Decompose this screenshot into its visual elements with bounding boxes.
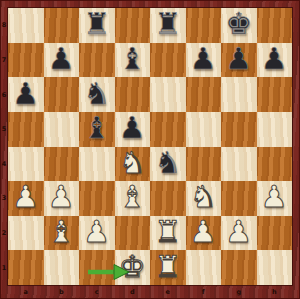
white-rook-piece[interactable]: ♜ [154, 252, 181, 282]
square-e7[interactable] [150, 43, 186, 78]
square-d7[interactable]: ♝ [115, 43, 151, 78]
rank-label-4: 4 [0, 147, 8, 182]
square-d4[interactable]: ♞ [115, 147, 151, 182]
square-h3[interactable]: ♟ [257, 181, 293, 216]
black-knight-piece[interactable]: ♞ [83, 79, 110, 109]
file-label-a: a [8, 285, 44, 299]
square-c1[interactable] [79, 250, 115, 285]
white-pawn-piece[interactable]: ♟ [225, 217, 252, 247]
square-a1[interactable] [8, 250, 44, 285]
square-e2[interactable]: ♜ [150, 216, 186, 251]
chess-board-frame: ♜♜♚♟♝♟♟♟♟♞♝♟♞♞♟♟♝♞♟♝♟♜♟♟♚♜ 87654321 abcd… [0, 0, 300, 299]
square-c5[interactable]: ♝ [79, 112, 115, 147]
square-c3[interactable] [79, 181, 115, 216]
square-b4[interactable] [44, 147, 80, 182]
black-rook-piece[interactable]: ♜ [83, 9, 110, 39]
square-d6[interactable] [115, 77, 151, 112]
file-labels: abcdefgh [8, 285, 292, 299]
square-h7[interactable]: ♟ [257, 43, 293, 78]
white-bishop-piece[interactable]: ♝ [48, 217, 75, 247]
square-g7[interactable]: ♟ [221, 43, 257, 78]
square-a8[interactable] [8, 8, 44, 43]
black-bishop-piece[interactable]: ♝ [83, 113, 110, 143]
white-pawn-piece[interactable]: ♟ [190, 217, 217, 247]
white-pawn-piece[interactable]: ♟ [83, 217, 110, 247]
square-f6[interactable] [186, 77, 222, 112]
square-a5[interactable] [8, 112, 44, 147]
square-d8[interactable] [115, 8, 151, 43]
square-b3[interactable]: ♟ [44, 181, 80, 216]
black-pawn-piece[interactable]: ♟ [12, 79, 39, 109]
black-pawn-piece[interactable]: ♟ [119, 113, 146, 143]
square-a7[interactable] [8, 43, 44, 78]
square-a4[interactable] [8, 147, 44, 182]
black-pawn-piece[interactable]: ♟ [225, 44, 252, 74]
square-f7[interactable]: ♟ [186, 43, 222, 78]
black-pawn-piece[interactable]: ♟ [190, 44, 217, 74]
square-h5[interactable] [257, 112, 293, 147]
rank-label-7: 7 [0, 43, 8, 78]
square-f3[interactable]: ♞ [186, 181, 222, 216]
rank-label-8: 8 [0, 8, 8, 43]
square-b7[interactable]: ♟ [44, 43, 80, 78]
square-d5[interactable]: ♟ [115, 112, 151, 147]
square-f5[interactable] [186, 112, 222, 147]
file-label-e: e [150, 285, 186, 299]
square-e6[interactable] [150, 77, 186, 112]
rank-label-6: 6 [0, 77, 8, 112]
black-knight-piece[interactable]: ♞ [154, 148, 181, 178]
square-e8[interactable]: ♜ [150, 8, 186, 43]
square-d2[interactable] [115, 216, 151, 251]
square-b8[interactable] [44, 8, 80, 43]
square-h1[interactable] [257, 250, 293, 285]
square-h4[interactable] [257, 147, 293, 182]
square-e5[interactable] [150, 112, 186, 147]
file-label-f: f [186, 285, 222, 299]
file-label-c: c [79, 285, 115, 299]
square-f4[interactable] [186, 147, 222, 182]
square-c8[interactable]: ♜ [79, 8, 115, 43]
white-bishop-piece[interactable]: ♝ [119, 182, 146, 212]
white-knight-piece[interactable]: ♞ [119, 148, 146, 178]
square-d3[interactable]: ♝ [115, 181, 151, 216]
square-f8[interactable] [186, 8, 222, 43]
square-a6[interactable]: ♟ [8, 77, 44, 112]
square-b6[interactable] [44, 77, 80, 112]
square-f1[interactable] [186, 250, 222, 285]
square-a3[interactable]: ♟ [8, 181, 44, 216]
square-g3[interactable] [221, 181, 257, 216]
rank-label-1: 1 [0, 250, 8, 285]
file-label-g: g [221, 285, 257, 299]
board: ♜♜♚♟♝♟♟♟♟♞♝♟♞♞♟♟♝♞♟♝♟♜♟♟♚♜ [8, 8, 292, 285]
black-rook-piece[interactable]: ♜ [154, 9, 181, 39]
white-knight-piece[interactable]: ♞ [190, 182, 217, 212]
black-king-piece[interactable]: ♚ [225, 9, 252, 39]
white-rook-piece[interactable]: ♜ [154, 217, 181, 247]
white-pawn-piece[interactable]: ♟ [261, 182, 288, 212]
square-e4[interactable]: ♞ [150, 147, 186, 182]
rank-label-5: 5 [0, 112, 8, 147]
rank-labels: 87654321 [0, 8, 8, 285]
white-pawn-piece[interactable]: ♟ [12, 182, 39, 212]
file-label-b: b [44, 285, 80, 299]
white-king-piece[interactable]: ♚ [119, 252, 146, 282]
square-h8[interactable] [257, 8, 293, 43]
square-h2[interactable] [257, 216, 293, 251]
square-c4[interactable] [79, 147, 115, 182]
rank-label-3: 3 [0, 181, 8, 216]
square-b5[interactable] [44, 112, 80, 147]
rank-label-2: 2 [0, 216, 8, 251]
square-f2[interactable]: ♟ [186, 216, 222, 251]
square-e1[interactable]: ♜ [150, 250, 186, 285]
square-b1[interactable] [44, 250, 80, 285]
black-bishop-piece[interactable]: ♝ [119, 44, 146, 74]
square-d1[interactable]: ♚ [115, 250, 151, 285]
square-c7[interactable] [79, 43, 115, 78]
file-label-d: d [115, 285, 151, 299]
black-pawn-piece[interactable]: ♟ [261, 44, 288, 74]
square-h6[interactable] [257, 77, 293, 112]
square-g8[interactable]: ♚ [221, 8, 257, 43]
square-c6[interactable]: ♞ [79, 77, 115, 112]
square-g6[interactable] [221, 77, 257, 112]
square-c2[interactable]: ♟ [79, 216, 115, 251]
file-label-h: h [257, 285, 293, 299]
square-e3[interactable] [150, 181, 186, 216]
square-g4[interactable] [221, 147, 257, 182]
square-b2[interactable]: ♝ [44, 216, 80, 251]
square-a2[interactable] [8, 216, 44, 251]
square-g5[interactable] [221, 112, 257, 147]
white-pawn-piece[interactable]: ♟ [48, 182, 75, 212]
square-g1[interactable] [221, 250, 257, 285]
square-g2[interactable]: ♟ [221, 216, 257, 251]
black-pawn-piece[interactable]: ♟ [48, 44, 75, 74]
